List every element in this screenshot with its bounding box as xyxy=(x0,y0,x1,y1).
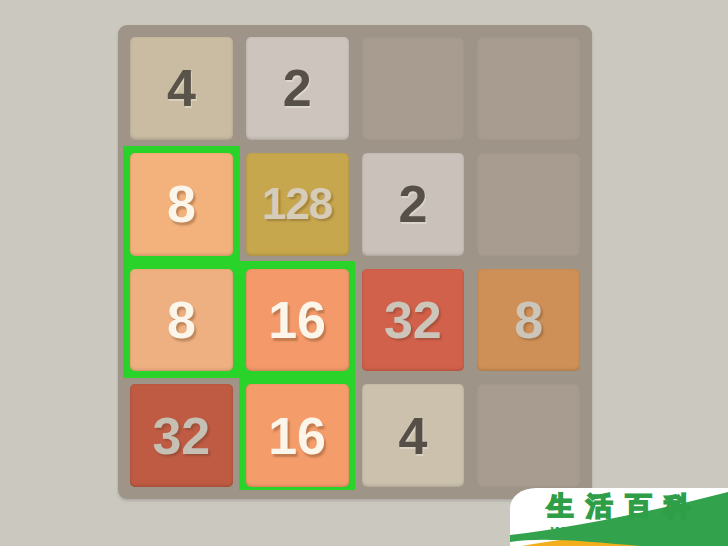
tile-8: 8 xyxy=(130,269,233,372)
tile-4: 4 xyxy=(130,37,233,140)
tile-16: 16 xyxy=(246,269,349,372)
tile-16: 16 xyxy=(246,384,349,487)
tile-8: 8 xyxy=(130,153,233,256)
watermark: 生活百科 www.bimeiz.com xyxy=(510,488,728,546)
tile-2: 2 xyxy=(362,153,465,256)
empty-cell xyxy=(477,37,580,140)
empty-cell xyxy=(362,37,465,140)
tile-8: 8 xyxy=(477,269,580,372)
game-board[interactable]: 428128281632832164 xyxy=(118,25,592,499)
watermark-url: www.bimeiz.com xyxy=(510,521,728,541)
tile-32: 32 xyxy=(362,269,465,372)
page: 428128281632832164 生活百科 www.bimeiz.com xyxy=(0,0,728,546)
board-grid[interactable]: 428128281632832164 xyxy=(118,25,592,499)
watermark-site-name: 生活百科 xyxy=(510,489,728,524)
tile-128: 128 xyxy=(246,153,349,256)
empty-cell xyxy=(477,384,580,487)
tile-4: 4 xyxy=(362,384,465,487)
tile-32: 32 xyxy=(130,384,233,487)
tile-2: 2 xyxy=(246,37,349,140)
empty-cell xyxy=(477,153,580,256)
